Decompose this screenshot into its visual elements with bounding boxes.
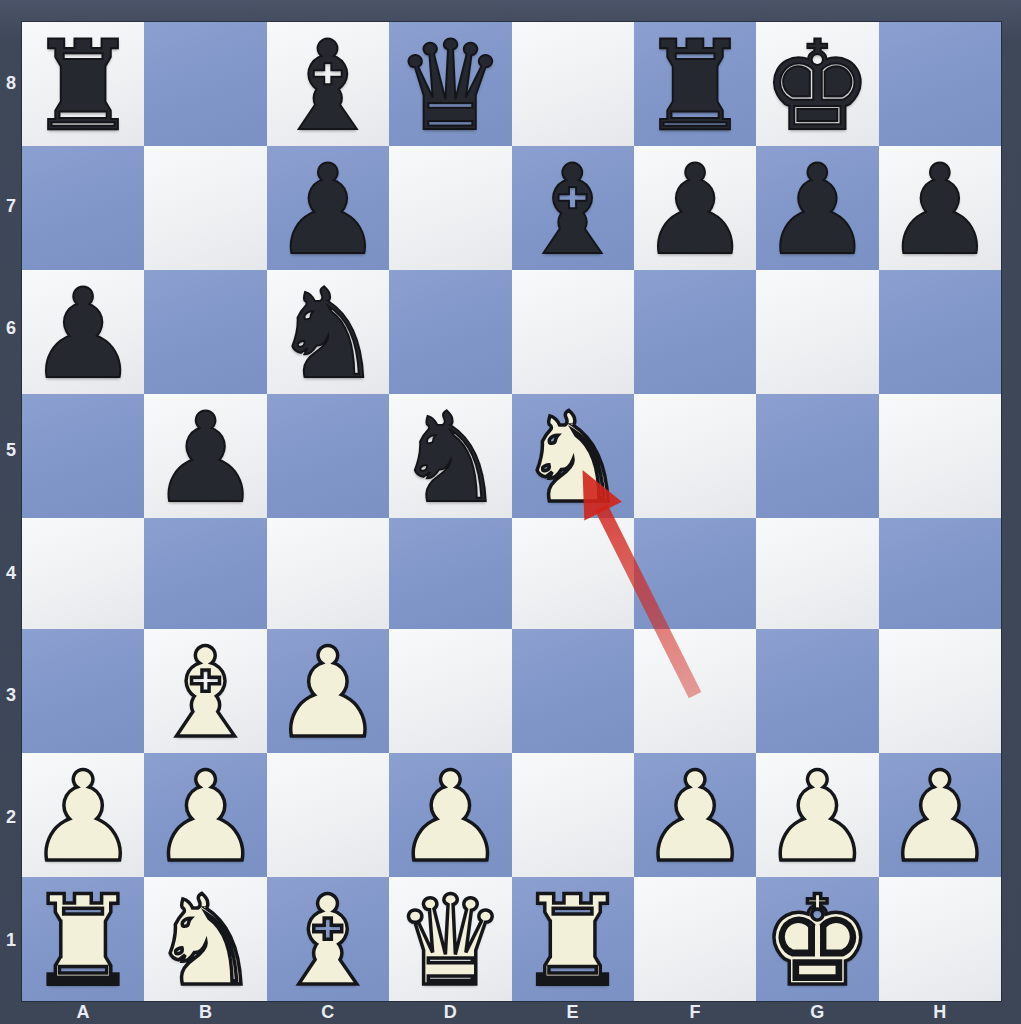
file-label-f: F — [634, 1000, 756, 1024]
white-pawn[interactable]: ♟ — [28, 755, 139, 879]
black-pawn[interactable]: ♟ — [884, 148, 995, 272]
rank-label-6: 6 — [0, 318, 22, 338]
file-label-e: E — [512, 1000, 634, 1024]
square-a4[interactable] — [22, 518, 144, 629]
white-rook[interactable]: ♜ — [28, 879, 139, 1003]
white-knight[interactable]: ♞ — [517, 396, 628, 520]
black-pawn[interactable]: ♟ — [272, 148, 383, 272]
file-label-a: A — [22, 1000, 144, 1024]
black-pawn[interactable]: ♟ — [639, 148, 750, 272]
black-rook[interactable]: ♜ — [28, 24, 139, 148]
square-h3[interactable] — [879, 629, 1001, 753]
rank-label-2: 2 — [0, 807, 22, 827]
square-g3[interactable] — [756, 629, 878, 753]
square-h1[interactable] — [879, 877, 1001, 1001]
rank-label-8: 8 — [0, 73, 22, 93]
white-pawn[interactable]: ♟ — [762, 755, 873, 879]
square-g6[interactable] — [756, 270, 878, 394]
square-e7[interactable]: ♝ — [512, 146, 634, 270]
square-f8[interactable]: ♜ — [634, 22, 756, 146]
rank-label-3: 3 — [0, 685, 22, 705]
square-d3[interactable] — [389, 629, 511, 753]
square-c1[interactable]: ♝ — [267, 877, 389, 1001]
square-f4[interactable] — [634, 518, 756, 629]
white-pawn[interactable]: ♟ — [150, 755, 261, 879]
square-b7[interactable] — [144, 146, 266, 270]
square-f3[interactable] — [634, 629, 756, 753]
square-a6[interactable]: ♟ — [22, 270, 144, 394]
file-label-g: G — [756, 1000, 878, 1024]
square-c7[interactable]: ♟ — [267, 146, 389, 270]
square-a2[interactable]: ♟ — [22, 753, 144, 877]
chess-diagram: ♜♝♛♜♚♟♝♟♟♟♟♞♟♞♞♝♟♟♟♟♟♟♟♜♞♝♛♜♚ 87654321 A… — [0, 0, 1021, 1024]
square-a1[interactable]: ♜ — [22, 877, 144, 1001]
rank-label-5: 5 — [0, 440, 22, 460]
square-e4[interactable] — [512, 518, 634, 629]
square-g1[interactable]: ♚ — [756, 877, 878, 1001]
square-c2[interactable] — [267, 753, 389, 877]
square-d2[interactable]: ♟ — [389, 753, 511, 877]
white-queen[interactable]: ♛ — [395, 879, 506, 1003]
square-h4[interactable] — [879, 518, 1001, 629]
square-g5[interactable] — [756, 394, 878, 518]
file-label-h: H — [879, 1000, 1001, 1024]
black-king[interactable]: ♚ — [762, 24, 873, 148]
square-d6[interactable] — [389, 270, 511, 394]
square-a8[interactable]: ♜ — [22, 22, 144, 146]
white-pawn[interactable]: ♟ — [639, 755, 750, 879]
square-f6[interactable] — [634, 270, 756, 394]
square-c6[interactable]: ♞ — [267, 270, 389, 394]
rank-label-1: 1 — [0, 930, 22, 950]
square-e2[interactable] — [512, 753, 634, 877]
black-bishop[interactable]: ♝ — [272, 24, 383, 148]
chess-board: ♜♝♛♜♚♟♝♟♟♟♟♞♟♞♞♝♟♟♟♟♟♟♟♜♞♝♛♜♚ — [22, 22, 1001, 1001]
square-b8[interactable] — [144, 22, 266, 146]
white-rook[interactable]: ♜ — [517, 879, 628, 1003]
square-e5[interactable]: ♞ — [512, 394, 634, 518]
square-f1[interactable] — [634, 877, 756, 1001]
square-d4[interactable] — [389, 518, 511, 629]
square-e1[interactable]: ♜ — [512, 877, 634, 1001]
square-c3[interactable]: ♟ — [267, 629, 389, 753]
square-h2[interactable]: ♟ — [879, 753, 1001, 877]
square-g8[interactable]: ♚ — [756, 22, 878, 146]
square-f5[interactable] — [634, 394, 756, 518]
square-e6[interactable] — [512, 270, 634, 394]
square-e8[interactable] — [512, 22, 634, 146]
square-c5[interactable] — [267, 394, 389, 518]
square-e3[interactable] — [512, 629, 634, 753]
square-b4[interactable] — [144, 518, 266, 629]
black-pawn[interactable]: ♟ — [28, 272, 139, 396]
square-c8[interactable]: ♝ — [267, 22, 389, 146]
file-label-c: C — [267, 1000, 389, 1024]
file-label-b: B — [144, 1000, 266, 1024]
black-bishop[interactable]: ♝ — [517, 148, 628, 272]
black-rook[interactable]: ♜ — [639, 24, 750, 148]
white-bishop[interactable]: ♝ — [150, 631, 261, 755]
black-queen[interactable]: ♛ — [395, 24, 506, 148]
file-label-d: D — [389, 1000, 511, 1024]
square-g4[interactable] — [756, 518, 878, 629]
white-pawn[interactable]: ♟ — [272, 631, 383, 755]
rank-label-7: 7 — [0, 196, 22, 216]
square-f7[interactable]: ♟ — [634, 146, 756, 270]
square-b2[interactable]: ♟ — [144, 753, 266, 877]
square-b1[interactable]: ♞ — [144, 877, 266, 1001]
square-h8[interactable] — [879, 22, 1001, 146]
square-h6[interactable] — [879, 270, 1001, 394]
square-b6[interactable] — [144, 270, 266, 394]
square-g2[interactable]: ♟ — [756, 753, 878, 877]
square-d5[interactable]: ♞ — [389, 394, 511, 518]
rank-label-4: 4 — [0, 563, 22, 583]
square-d7[interactable] — [389, 146, 511, 270]
white-king[interactable]: ♚ — [762, 879, 873, 1003]
square-g7[interactable]: ♟ — [756, 146, 878, 270]
white-pawn[interactable]: ♟ — [884, 755, 995, 879]
black-knight[interactable]: ♞ — [395, 396, 506, 520]
square-d1[interactable]: ♛ — [389, 877, 511, 1001]
square-f2[interactable]: ♟ — [634, 753, 756, 877]
white-bishop[interactable]: ♝ — [272, 879, 383, 1003]
square-b3[interactable]: ♝ — [144, 629, 266, 753]
black-knight[interactable]: ♞ — [272, 272, 383, 396]
square-a5[interactable] — [22, 394, 144, 518]
square-a3[interactable] — [22, 629, 144, 753]
black-pawn[interactable]: ♟ — [762, 148, 873, 272]
square-d8[interactable]: ♛ — [389, 22, 511, 146]
square-b5[interactable]: ♟ — [144, 394, 266, 518]
square-a7[interactable] — [22, 146, 144, 270]
white-knight[interactable]: ♞ — [150, 879, 261, 1003]
black-pawn[interactable]: ♟ — [150, 396, 261, 520]
square-h5[interactable] — [879, 394, 1001, 518]
square-h7[interactable]: ♟ — [879, 146, 1001, 270]
square-c4[interactable] — [267, 518, 389, 629]
white-pawn[interactable]: ♟ — [395, 755, 506, 879]
